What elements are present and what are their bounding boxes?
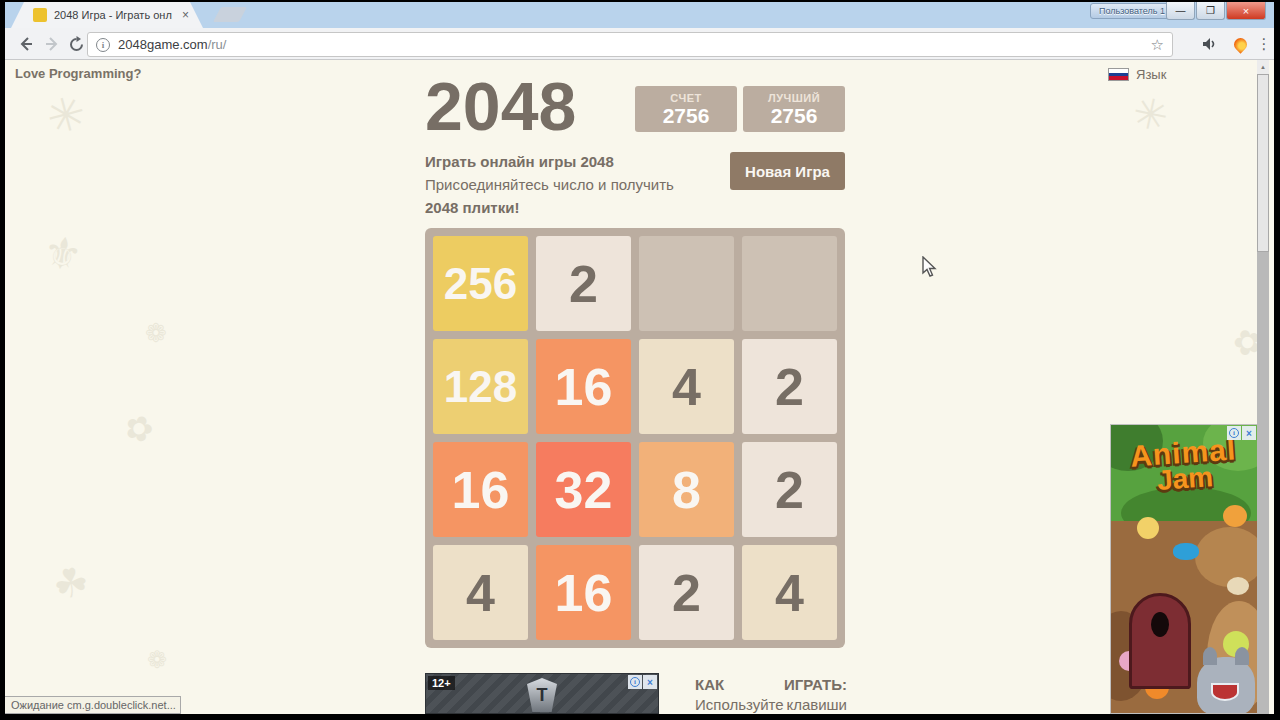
- page-scrollbar[interactable]: ▲: [1257, 60, 1269, 714]
- new-tab-button[interactable]: [213, 7, 247, 22]
- flame-extension-icon[interactable]: [1229, 33, 1251, 55]
- media-speaker-icon[interactable]: [1199, 33, 1221, 55]
- tree-door: [1129, 593, 1191, 689]
- tile-2: 2: [742, 339, 837, 434]
- page-info-icon[interactable]: i: [96, 38, 110, 52]
- ad-close-icon[interactable]: ×: [1242, 426, 1256, 440]
- url-bar[interactable]: i 2048game.com/ru/ ☆: [87, 32, 1173, 57]
- tile-256: 256: [433, 236, 528, 331]
- wolf-critter: [1197, 657, 1255, 714]
- profile-badge[interactable]: Пользователь 1: [1090, 3, 1174, 19]
- sheep-critter: [1227, 577, 1249, 595]
- animal-jam-ad[interactable]: Animal Jam i ×: [1110, 424, 1258, 714]
- empty-cell: [639, 236, 734, 331]
- maximize-button[interactable]: ❐: [1196, 2, 1225, 20]
- how-to-play: КАК ИГРАТЬ: Используйте клавиши: [695, 675, 847, 714]
- doodle-icon: ✳: [41, 84, 92, 146]
- bookmark-star-icon[interactable]: ☆: [1151, 37, 1164, 52]
- tab-strip: 2048 Игра - Играть онл × Пользователь 1 …: [5, 2, 1274, 28]
- score-value: 2756: [635, 104, 737, 127]
- tile-8: 8: [639, 442, 734, 537]
- trunk-shade: [1195, 527, 1258, 587]
- language-label: Язык: [1136, 67, 1166, 82]
- url-text[interactable]: 2048game.com/ru/: [118, 37, 226, 52]
- russian-flag-icon: [1108, 68, 1129, 81]
- doodle-icon: ✳: [1128, 87, 1173, 142]
- browser-tab[interactable]: 2048 Игра - Играть онл ×: [11, 2, 203, 28]
- tile-16: 16: [536, 545, 631, 640]
- tile-16: 16: [433, 442, 528, 537]
- close-button[interactable]: ×: [1226, 2, 1266, 20]
- best-value: 2756: [743, 104, 845, 127]
- new-game-button[interactable]: Новая Игра: [730, 152, 845, 190]
- empty-cell: [742, 236, 837, 331]
- mouse-cursor: [922, 256, 939, 282]
- tile-16: 16: [536, 339, 631, 434]
- doodle-icon: ⚜: [39, 225, 87, 282]
- score-box: СЧЕТ 2756: [635, 86, 737, 132]
- intro-line-3: 2048 плитки!: [425, 196, 725, 219]
- minimize-button[interactable]: —: [1166, 2, 1195, 20]
- promo-link[interactable]: Love Programming?: [15, 66, 141, 81]
- browser-toolbar: i 2048game.com/ru/ ☆ ⋮: [5, 28, 1274, 60]
- best-label: ЛУЧШИЙ: [743, 92, 845, 104]
- status-bar: Ожидание cm.g.doubleclick.net...: [5, 696, 181, 714]
- tile-2: 2: [742, 442, 837, 537]
- howto-word-3: Используйте: [695, 695, 784, 714]
- window-controls: — ❐ ×: [1165, 2, 1266, 20]
- refresh-icon[interactable]: [65, 33, 87, 55]
- board-grid[interactable]: 2562128164216328241624: [425, 228, 845, 648]
- howto-word-4: клавиши: [786, 695, 847, 714]
- fox-critter: [1223, 505, 1247, 527]
- animal-jam-logo: Animal Jam: [1110, 434, 1258, 496]
- aj-ad-controls: i ×: [1226, 426, 1256, 440]
- language-selector[interactable]: Язык: [1108, 67, 1166, 82]
- door-window: [1151, 612, 1169, 637]
- tile-128: 128: [433, 339, 528, 434]
- page-content: ✳⚜❁✿☘❁✳✿❁ Love Programming? Язык 2048 СЧ…: [5, 60, 1274, 714]
- tank-game-logo: Т: [527, 678, 557, 712]
- scroll-up-arrow-icon[interactable]: ▲: [1257, 60, 1269, 74]
- tile-4: 4: [742, 545, 837, 640]
- tab-favicon-2048-icon: [33, 8, 47, 22]
- score-label: СЧЕТ: [635, 92, 737, 104]
- menu-dots-icon[interactable]: ⋮: [1253, 33, 1275, 55]
- ad-close-icon[interactable]: ×: [643, 675, 657, 689]
- wolf-mouth: [1211, 683, 1239, 701]
- tile-4: 4: [639, 339, 734, 434]
- best-score-box: ЛУЧШИЙ 2756: [743, 86, 845, 132]
- scrollbar-thumb[interactable]: [1257, 74, 1269, 252]
- intro-line-1: Играть онлайн игры 2048: [425, 150, 725, 173]
- wolf-ear: [1235, 647, 1249, 665]
- doodle-icon: ✿: [119, 404, 159, 451]
- intro-text: Играть онлайн игры 2048 Присоединяйтесь …: [425, 150, 725, 219]
- intro-line-2: Присоединяйтесь число и получить: [425, 173, 725, 196]
- forward-icon: [41, 33, 63, 55]
- wolf-ear: [1203, 647, 1217, 665]
- browser-window: 2048 Игра - Играть онл × Пользователь 1 …: [5, 2, 1274, 714]
- howto-word-2: ИГРАТЬ:: [784, 675, 847, 695]
- tab-title: 2048 Игра - Играть онл: [54, 9, 172, 21]
- ad-info-icon[interactable]: i: [1227, 426, 1241, 440]
- doodle-icon: ❁: [145, 318, 167, 349]
- tab-close-icon[interactable]: ×: [182, 9, 189, 21]
- tile-4: 4: [433, 545, 528, 640]
- doodle-icon: ☘: [49, 557, 92, 609]
- monkey-critter: [1137, 517, 1159, 539]
- doodle-icon: ❁: [147, 646, 167, 674]
- page-title: 2048: [425, 72, 576, 140]
- ad-info-icon[interactable]: i: [628, 675, 642, 689]
- back-icon[interactable]: [15, 33, 37, 55]
- frog-critter: [1173, 543, 1199, 560]
- tile-2: 2: [639, 545, 734, 640]
- tile-2: 2: [536, 236, 631, 331]
- age-rating-badge: 12+: [428, 676, 455, 690]
- banner-ad[interactable]: 12+ Т i ×: [425, 673, 659, 714]
- howto-word-1: КАК: [695, 675, 724, 695]
- tile-32: 32: [536, 442, 631, 537]
